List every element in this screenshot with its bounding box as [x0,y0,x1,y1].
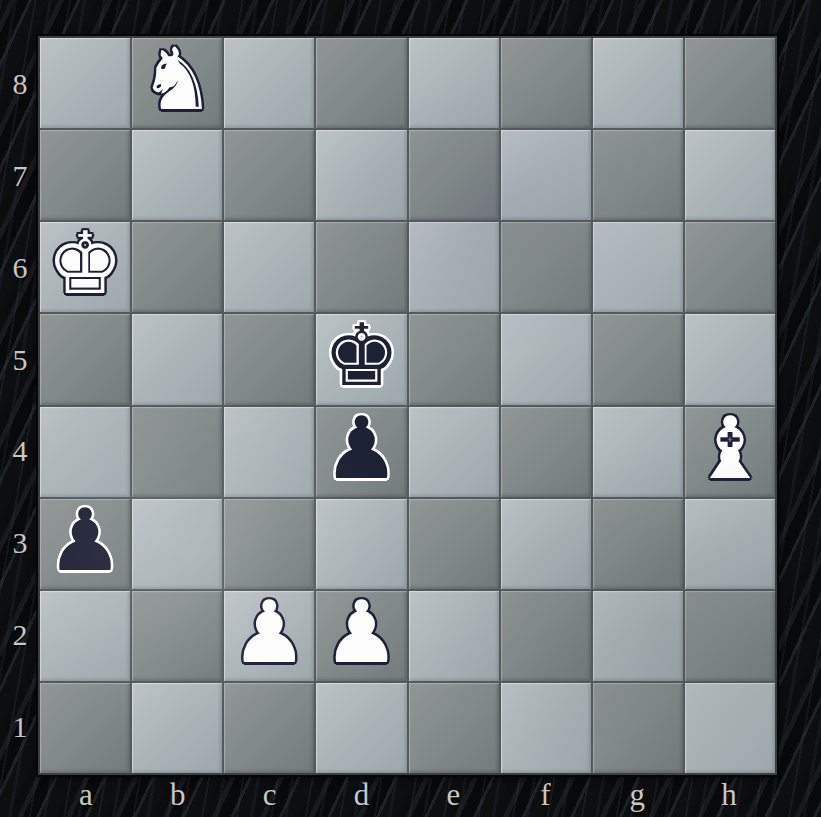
piece-white-knight[interactable]: ♞ [139,36,216,122]
square-d2[interactable]: ♟ [316,591,406,681]
square-f6[interactable] [501,222,591,312]
piece-white-king[interactable]: ♚ [47,220,124,306]
square-a1[interactable] [40,683,130,773]
square-g1[interactable] [593,683,683,773]
square-c2[interactable]: ♟ [224,591,314,681]
square-g3[interactable] [593,499,683,589]
piece-black-pawn[interactable]: ♟ [47,497,124,583]
square-h5[interactable] [685,314,775,404]
file-label-f: f [499,772,591,817]
square-d8[interactable] [316,38,406,128]
square-c5[interactable] [224,314,314,404]
rank-label-3: 3 [0,497,40,589]
square-c3[interactable] [224,499,314,589]
square-g7[interactable] [593,130,683,220]
square-c6[interactable] [224,222,314,312]
square-f4[interactable] [501,407,591,497]
square-b5[interactable] [132,314,222,404]
square-h8[interactable] [685,38,775,128]
square-a4[interactable] [40,407,130,497]
square-h3[interactable] [685,499,775,589]
piece-white-pawn[interactable]: ♟ [231,589,308,675]
square-e2[interactable] [409,591,499,681]
square-b7[interactable] [132,130,222,220]
square-h4[interactable]: ♝ [685,407,775,497]
square-g2[interactable] [593,591,683,681]
file-label-d: d [316,772,408,817]
square-e1[interactable] [409,683,499,773]
square-d3[interactable] [316,499,406,589]
square-e7[interactable] [409,130,499,220]
file-label-e: e [408,772,500,817]
square-h1[interactable] [685,683,775,773]
square-d1[interactable] [316,683,406,773]
square-f3[interactable] [501,499,591,589]
piece-white-pawn[interactable]: ♟ [323,589,400,675]
square-g8[interactable] [593,38,683,128]
square-f7[interactable] [501,130,591,220]
square-c4[interactable] [224,407,314,497]
file-label-c: c [224,772,316,817]
piece-black-king[interactable]: ♚ [323,312,400,398]
square-a8[interactable] [40,38,130,128]
file-label-g: g [591,772,683,817]
chess-app: { "game": "chess", "position": { "fen": … [0,0,821,817]
square-b1[interactable] [132,683,222,773]
square-d5[interactable]: ♚ [316,314,406,404]
square-h6[interactable] [685,222,775,312]
square-c7[interactable] [224,130,314,220]
rank-label-8: 8 [0,38,40,130]
square-g6[interactable] [593,222,683,312]
rank-label-7: 7 [0,130,40,222]
piece-white-bishop[interactable]: ♝ [691,405,768,491]
square-b2[interactable] [132,591,222,681]
square-b6[interactable] [132,222,222,312]
file-labels: abcdefgh [40,772,775,817]
square-c1[interactable] [224,683,314,773]
square-a7[interactable] [40,130,130,220]
file-label-a: a [40,772,132,817]
square-c8[interactable] [224,38,314,128]
file-label-b: b [132,772,224,817]
square-e8[interactable] [409,38,499,128]
square-a2[interactable] [40,591,130,681]
rank-label-6: 6 [0,222,40,314]
file-label-h: h [683,772,775,817]
square-b4[interactable] [132,407,222,497]
rank-label-4: 4 [0,406,40,498]
square-g4[interactable] [593,407,683,497]
square-d4[interactable]: ♟ [316,407,406,497]
square-b3[interactable] [132,499,222,589]
square-b8[interactable]: ♞ [132,38,222,128]
square-f2[interactable] [501,591,591,681]
square-d6[interactable] [316,222,406,312]
piece-black-pawn[interactable]: ♟ [323,405,400,491]
square-e5[interactable] [409,314,499,404]
square-f5[interactable] [501,314,591,404]
square-g5[interactable] [593,314,683,404]
square-f1[interactable] [501,683,591,773]
square-a6[interactable]: ♚ [40,222,130,312]
square-a5[interactable] [40,314,130,404]
square-e3[interactable] [409,499,499,589]
rank-label-2: 2 [0,589,40,681]
square-a3[interactable]: ♟ [40,499,130,589]
square-d7[interactable] [316,130,406,220]
square-e6[interactable] [409,222,499,312]
square-f8[interactable] [501,38,591,128]
rank-label-5: 5 [0,314,40,406]
square-h2[interactable] [685,591,775,681]
rank-labels: 87654321 [0,38,40,773]
square-h7[interactable] [685,130,775,220]
square-e4[interactable] [409,407,499,497]
rank-label-1: 1 [0,681,40,773]
chess-board: ♞♚♚♟♝♟♟♟ [40,38,775,773]
